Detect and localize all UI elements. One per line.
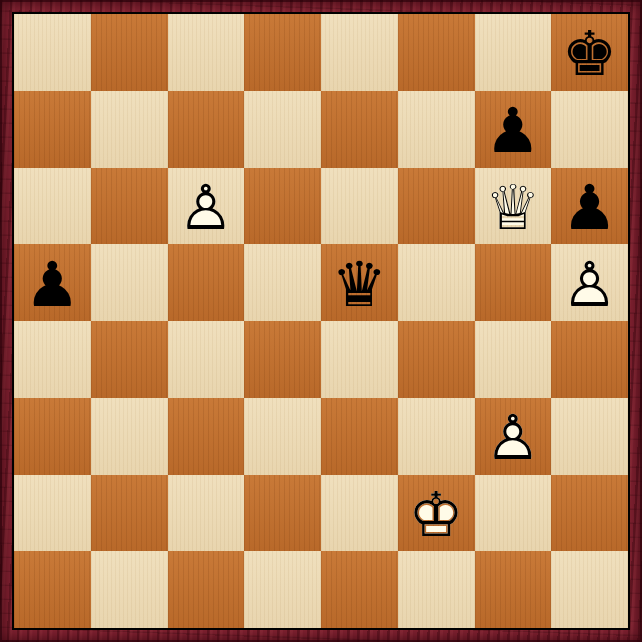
square-g3[interactable]: ♟♙ xyxy=(475,398,552,475)
black-pawn-h6[interactable]: ♟ xyxy=(551,168,628,245)
square-d7[interactable] xyxy=(244,91,321,168)
white-king-outline-icon: ♔ xyxy=(408,484,464,546)
chess-board: ♚♟♟♙♛♕♟♟♛♟♙♟♙♚♔ xyxy=(12,12,630,630)
square-d8[interactable] xyxy=(244,14,321,91)
square-g7[interactable]: ♟ xyxy=(475,91,552,168)
square-a5[interactable]: ♟ xyxy=(14,244,91,321)
square-b2[interactable] xyxy=(91,475,168,552)
square-h3[interactable] xyxy=(551,398,628,475)
white-queen-outline-icon: ♕ xyxy=(485,177,541,239)
square-c4[interactable] xyxy=(168,321,245,398)
black-king-h8[interactable]: ♚ xyxy=(551,14,628,91)
square-a2[interactable] xyxy=(14,475,91,552)
square-e4[interactable] xyxy=(321,321,398,398)
square-c5[interactable] xyxy=(168,244,245,321)
black-pawn-a5[interactable]: ♟ xyxy=(14,244,91,321)
square-a3[interactable] xyxy=(14,398,91,475)
square-g4[interactable] xyxy=(475,321,552,398)
square-d1[interactable] xyxy=(244,551,321,628)
square-f1[interactable] xyxy=(398,551,475,628)
square-h5[interactable]: ♟♙ xyxy=(551,244,628,321)
square-d4[interactable] xyxy=(244,321,321,398)
square-h2[interactable] xyxy=(551,475,628,552)
square-f6[interactable] xyxy=(398,168,475,245)
square-e6[interactable] xyxy=(321,168,398,245)
square-c7[interactable] xyxy=(168,91,245,168)
square-b7[interactable] xyxy=(91,91,168,168)
black-queen-e5[interactable]: ♛ xyxy=(321,244,398,321)
square-e7[interactable] xyxy=(321,91,398,168)
white-pawn-outline-icon: ♙ xyxy=(485,407,541,469)
square-e2[interactable] xyxy=(321,475,398,552)
black-pawn-g7[interactable]: ♟ xyxy=(475,91,552,168)
square-g8[interactable] xyxy=(475,14,552,91)
square-e1[interactable] xyxy=(321,551,398,628)
square-c1[interactable] xyxy=(168,551,245,628)
square-f3[interactable] xyxy=(398,398,475,475)
black-queen-icon: ♛ xyxy=(332,254,388,316)
white-pawn-h5[interactable]: ♟♙ xyxy=(551,244,628,321)
square-a7[interactable] xyxy=(14,91,91,168)
square-e8[interactable] xyxy=(321,14,398,91)
square-a4[interactable] xyxy=(14,321,91,398)
white-pawn-outline-icon: ♙ xyxy=(562,254,618,316)
square-h4[interactable] xyxy=(551,321,628,398)
square-c3[interactable] xyxy=(168,398,245,475)
square-c2[interactable] xyxy=(168,475,245,552)
square-a8[interactable] xyxy=(14,14,91,91)
square-b5[interactable] xyxy=(91,244,168,321)
square-b1[interactable] xyxy=(91,551,168,628)
black-pawn-icon: ♟ xyxy=(25,254,81,316)
square-b3[interactable] xyxy=(91,398,168,475)
square-g2[interactable] xyxy=(475,475,552,552)
square-f4[interactable] xyxy=(398,321,475,398)
square-g6[interactable]: ♛♕ xyxy=(475,168,552,245)
black-pawn-icon: ♟ xyxy=(562,177,618,239)
white-king-f2[interactable]: ♚♔ xyxy=(398,475,475,552)
square-a1[interactable] xyxy=(14,551,91,628)
square-c8[interactable] xyxy=(168,14,245,91)
square-e5[interactable]: ♛ xyxy=(321,244,398,321)
square-h1[interactable] xyxy=(551,551,628,628)
square-a6[interactable] xyxy=(14,168,91,245)
square-h6[interactable]: ♟ xyxy=(551,168,628,245)
square-b6[interactable] xyxy=(91,168,168,245)
square-d5[interactable] xyxy=(244,244,321,321)
white-queen-g6[interactable]: ♛♕ xyxy=(475,168,552,245)
square-f2[interactable]: ♚♔ xyxy=(398,475,475,552)
square-c6[interactable]: ♟♙ xyxy=(168,168,245,245)
square-b8[interactable] xyxy=(91,14,168,91)
white-pawn-c6[interactable]: ♟♙ xyxy=(168,168,245,245)
square-h7[interactable] xyxy=(551,91,628,168)
square-f8[interactable] xyxy=(398,14,475,91)
square-f5[interactable] xyxy=(398,244,475,321)
square-f7[interactable] xyxy=(398,91,475,168)
white-pawn-outline-icon: ♙ xyxy=(178,177,234,239)
square-d2[interactable] xyxy=(244,475,321,552)
square-e3[interactable] xyxy=(321,398,398,475)
white-pawn-g3[interactable]: ♟♙ xyxy=(475,398,552,475)
square-g1[interactable] xyxy=(475,551,552,628)
board-frame: ♚♟♟♙♛♕♟♟♛♟♙♟♙♚♔ xyxy=(0,0,642,642)
black-pawn-icon: ♟ xyxy=(485,100,541,162)
black-king-icon: ♚ xyxy=(562,23,618,85)
square-b4[interactable] xyxy=(91,321,168,398)
square-d6[interactable] xyxy=(244,168,321,245)
square-h8[interactable]: ♚ xyxy=(551,14,628,91)
square-g5[interactable] xyxy=(475,244,552,321)
square-d3[interactable] xyxy=(244,398,321,475)
